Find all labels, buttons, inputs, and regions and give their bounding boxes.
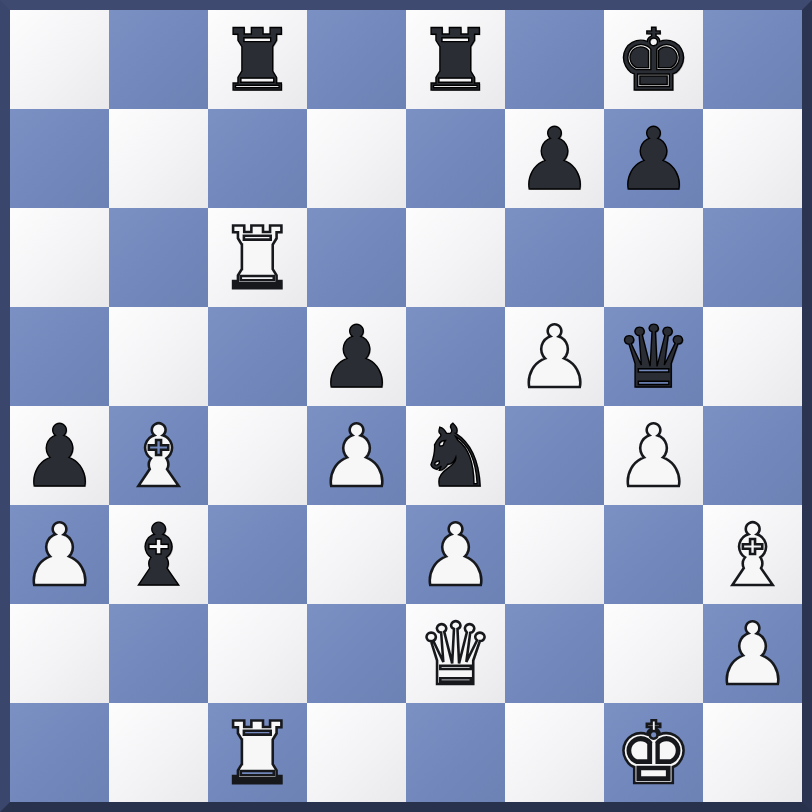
square-g2[interactable] bbox=[604, 604, 703, 703]
square-d5[interactable]: ♟ bbox=[307, 307, 406, 406]
square-e1[interactable] bbox=[406, 703, 505, 802]
square-a7[interactable] bbox=[10, 109, 109, 208]
square-a3[interactable]: ♟ bbox=[10, 505, 109, 604]
piece-white-pawn-d4[interactable]: ♟ bbox=[318, 413, 395, 499]
piece-white-king-g1[interactable]: ♚ bbox=[615, 710, 692, 796]
square-f8[interactable] bbox=[505, 10, 604, 109]
piece-black-pawn-g7[interactable]: ♟ bbox=[615, 116, 692, 202]
square-d3[interactable] bbox=[307, 505, 406, 604]
square-h5[interactable] bbox=[703, 307, 802, 406]
square-e7[interactable] bbox=[406, 109, 505, 208]
piece-white-pawn-a3[interactable]: ♟ bbox=[21, 512, 98, 598]
piece-white-queen-e2[interactable]: ♛ bbox=[417, 611, 494, 697]
piece-white-bishop-b4[interactable]: ♝ bbox=[120, 413, 197, 499]
piece-white-pawn-g4[interactable]: ♟ bbox=[615, 413, 692, 499]
square-b6[interactable] bbox=[109, 208, 208, 307]
square-h6[interactable] bbox=[703, 208, 802, 307]
piece-white-pawn-h2[interactable]: ♟ bbox=[714, 611, 791, 697]
square-c8[interactable]: ♜ bbox=[208, 10, 307, 109]
piece-black-knight-e4[interactable]: ♞ bbox=[417, 413, 494, 499]
piece-white-bishop-h3[interactable]: ♝ bbox=[714, 512, 791, 598]
square-d6[interactable] bbox=[307, 208, 406, 307]
square-f5[interactable]: ♟ bbox=[505, 307, 604, 406]
square-c1[interactable]: ♜ bbox=[208, 703, 307, 802]
square-g3[interactable] bbox=[604, 505, 703, 604]
square-d2[interactable] bbox=[307, 604, 406, 703]
square-d7[interactable] bbox=[307, 109, 406, 208]
square-h8[interactable] bbox=[703, 10, 802, 109]
square-d8[interactable] bbox=[307, 10, 406, 109]
square-f2[interactable] bbox=[505, 604, 604, 703]
piece-black-pawn-d5[interactable]: ♟ bbox=[318, 314, 395, 400]
square-g1[interactable]: ♚ bbox=[604, 703, 703, 802]
square-g8[interactable]: ♚ bbox=[604, 10, 703, 109]
square-g5[interactable]: ♛ bbox=[604, 307, 703, 406]
square-h2[interactable]: ♟ bbox=[703, 604, 802, 703]
square-b2[interactable] bbox=[109, 604, 208, 703]
square-e4[interactable]: ♞ bbox=[406, 406, 505, 505]
square-b5[interactable] bbox=[109, 307, 208, 406]
square-c7[interactable] bbox=[208, 109, 307, 208]
chess-board: ♜♜♚♟♟♜♟♟♛♟♝♟♞♟♟♝♟♝♛♟♜♚ bbox=[0, 0, 812, 812]
square-b8[interactable] bbox=[109, 10, 208, 109]
square-b1[interactable] bbox=[109, 703, 208, 802]
square-e2[interactable]: ♛ bbox=[406, 604, 505, 703]
piece-black-pawn-a4[interactable]: ♟ bbox=[21, 413, 98, 499]
square-a4[interactable]: ♟ bbox=[10, 406, 109, 505]
square-c2[interactable] bbox=[208, 604, 307, 703]
board-grid: ♜♜♚♟♟♜♟♟♛♟♝♟♞♟♟♝♟♝♛♟♜♚ bbox=[10, 10, 802, 802]
piece-white-pawn-e3[interactable]: ♟ bbox=[417, 512, 494, 598]
square-a6[interactable] bbox=[10, 208, 109, 307]
square-e5[interactable] bbox=[406, 307, 505, 406]
piece-black-queen-g5[interactable]: ♛ bbox=[615, 314, 692, 400]
square-f4[interactable] bbox=[505, 406, 604, 505]
piece-white-rook-c6[interactable]: ♜ bbox=[219, 215, 296, 301]
square-d4[interactable]: ♟ bbox=[307, 406, 406, 505]
square-c3[interactable] bbox=[208, 505, 307, 604]
square-h1[interactable] bbox=[703, 703, 802, 802]
square-h3[interactable]: ♝ bbox=[703, 505, 802, 604]
piece-black-pawn-f7[interactable]: ♟ bbox=[516, 116, 593, 202]
square-d1[interactable] bbox=[307, 703, 406, 802]
square-b4[interactable]: ♝ bbox=[109, 406, 208, 505]
square-g4[interactable]: ♟ bbox=[604, 406, 703, 505]
square-a2[interactable] bbox=[10, 604, 109, 703]
square-b7[interactable] bbox=[109, 109, 208, 208]
square-e3[interactable]: ♟ bbox=[406, 505, 505, 604]
square-f7[interactable]: ♟ bbox=[505, 109, 604, 208]
square-h4[interactable] bbox=[703, 406, 802, 505]
square-e8[interactable]: ♜ bbox=[406, 10, 505, 109]
square-a1[interactable] bbox=[10, 703, 109, 802]
piece-black-rook-e8[interactable]: ♜ bbox=[417, 17, 494, 103]
square-a8[interactable] bbox=[10, 10, 109, 109]
square-f6[interactable] bbox=[505, 208, 604, 307]
piece-black-king-g8[interactable]: ♚ bbox=[615, 17, 692, 103]
piece-black-rook-c8[interactable]: ♜ bbox=[219, 17, 296, 103]
square-e6[interactable] bbox=[406, 208, 505, 307]
square-c6[interactable]: ♜ bbox=[208, 208, 307, 307]
square-f3[interactable] bbox=[505, 505, 604, 604]
square-b3[interactable]: ♝ bbox=[109, 505, 208, 604]
piece-black-bishop-b3[interactable]: ♝ bbox=[120, 512, 197, 598]
square-h7[interactable] bbox=[703, 109, 802, 208]
piece-white-pawn-f5[interactable]: ♟ bbox=[516, 314, 593, 400]
piece-white-rook-c1[interactable]: ♜ bbox=[219, 710, 296, 796]
square-g7[interactable]: ♟ bbox=[604, 109, 703, 208]
square-c5[interactable] bbox=[208, 307, 307, 406]
square-c4[interactable] bbox=[208, 406, 307, 505]
square-f1[interactable] bbox=[505, 703, 604, 802]
square-g6[interactable] bbox=[604, 208, 703, 307]
square-a5[interactable] bbox=[10, 307, 109, 406]
